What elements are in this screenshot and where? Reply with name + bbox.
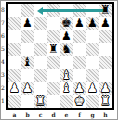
square-e2[interactable]: ♝: [60, 82, 73, 95]
square-d5[interactable]: ♜: [47, 43, 60, 56]
square-h7[interactable]: ♟: [99, 17, 112, 30]
move-arrow-line: [43, 9, 106, 12]
square-g2[interactable]: ♟: [86, 82, 99, 95]
file-label-c: c: [34, 110, 47, 119]
file-label-a: a: [8, 110, 21, 119]
piece-white-rook[interactable]: ♜: [100, 95, 111, 108]
square-h1[interactable]: ♜: [99, 95, 112, 108]
piece-white-rook[interactable]: ♜: [35, 95, 46, 108]
chess-diagram: 87654321 ♜♟♚♟♟♟♟♜♞♝♝♟♟♝♟♟♟♜♚♜ abcdefgh: [0, 0, 118, 120]
piece-black-rook[interactable]: ♜: [48, 43, 59, 56]
piece-black-bishop[interactable]: ♝: [22, 56, 33, 69]
file-labels: abcdefgh: [8, 110, 117, 119]
square-f7[interactable]: ♟: [73, 17, 86, 30]
piece-white-pawn[interactable]: ♟: [9, 82, 20, 95]
piece-black-pawn[interactable]: ♟: [22, 17, 33, 30]
square-b7[interactable]: ♟: [21, 17, 34, 30]
piece-white-king[interactable]: ♚: [74, 95, 85, 108]
piece-black-pawn[interactable]: ♟: [87, 17, 98, 30]
piece-black-knight[interactable]: ♞: [61, 43, 72, 56]
piece-white-pawn[interactable]: ♟: [22, 82, 33, 95]
piece-white-pawn[interactable]: ♟: [87, 82, 98, 95]
square-a2[interactable]: ♟: [8, 82, 21, 95]
file-label-h: h: [99, 110, 112, 119]
piece-black-pawn[interactable]: ♟: [100, 17, 111, 30]
file-label-g: g: [86, 110, 99, 119]
chess-board: ♜♟♚♟♟♟♟♜♞♝♝♟♟♝♟♟♟♜♚♜: [6, 2, 114, 110]
square-g7[interactable]: ♟: [86, 17, 99, 30]
board-row: 87654321 ♜♟♚♟♟♟♟♜♞♝♝♟♟♝♟♟♟♜♚♜: [1, 1, 117, 110]
square-c1[interactable]: ♜: [34, 95, 47, 108]
file-label-e: e: [60, 110, 73, 119]
file-label-d: d: [47, 110, 60, 119]
file-label-f: f: [73, 110, 86, 119]
move-arrow-head: [37, 7, 43, 15]
square-f1[interactable]: ♚: [73, 95, 86, 108]
piece-black-pawn[interactable]: ♟: [74, 17, 85, 30]
square-b4[interactable]: ♝: [21, 56, 34, 69]
square-b2[interactable]: ♟: [21, 82, 34, 95]
piece-white-bishop[interactable]: ♝: [61, 82, 72, 95]
file-label-b: b: [21, 110, 34, 119]
square-e5[interactable]: ♞: [60, 43, 73, 56]
